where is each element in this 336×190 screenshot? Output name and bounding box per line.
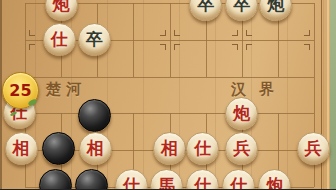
point-marker-corner (160, 44, 166, 50)
point-marker-corner (304, 30, 310, 36)
grid-vline (133, 3, 134, 77)
red-piece-兵[interactable]: 兵 (297, 132, 330, 165)
piece-glyph: 卒 (226, 0, 257, 20)
piece-glyph: 相 (6, 133, 37, 164)
black-piece-卒[interactable]: 卒 (189, 0, 222, 21)
piece-glyph: 卒 (190, 0, 221, 20)
point-marker-corner (174, 44, 180, 50)
point-marker-corner (160, 30, 166, 36)
piece-glyph: 馬 (151, 170, 182, 190)
hidden-piece[interactable] (78, 99, 111, 132)
point-marker-corner (174, 30, 180, 36)
red-piece-仕[interactable]: 仕 (43, 23, 76, 56)
piece-glyph: 炮 (226, 98, 257, 129)
point-marker-corner (304, 44, 310, 50)
point-marker-corner (232, 44, 238, 50)
piece-glyph: 仕 (187, 133, 218, 164)
piece-glyph: 相 (80, 133, 111, 164)
piece-glyph: 仕 (223, 170, 254, 190)
background-strip (330, 0, 336, 189)
black-piece-卒[interactable]: 卒 (78, 23, 111, 56)
red-piece-仕[interactable]: 仕 (115, 169, 148, 190)
counter-badge: 25 (2, 72, 39, 109)
piece-glyph: 仕 (116, 170, 147, 190)
river-label-chu-he: 楚河 (46, 80, 86, 99)
point-marker-corner (29, 30, 35, 36)
piece-glyph: 兵 (298, 133, 329, 164)
piece-glyph: 仕 (44, 24, 75, 55)
hidden-piece[interactable] (42, 132, 75, 165)
red-piece-相[interactable]: 相 (5, 132, 38, 165)
red-piece-相[interactable]: 相 (153, 132, 186, 165)
red-piece-仕[interactable]: 仕 (186, 132, 219, 165)
point-marker-corner (29, 44, 35, 50)
piece-glyph: 炮 (259, 170, 290, 190)
red-piece-仕[interactable]: 仕 (222, 169, 255, 190)
piece-glyph: 炮 (260, 0, 291, 20)
xiangqi-board[interactable]: 楚河 汉界 炮卒卒炮仕卒仕炮相相相仕兵兵仕馬仕仕炮 25 (0, 0, 336, 189)
red-piece-兵[interactable]: 兵 (225, 132, 258, 165)
red-piece-馬[interactable]: 馬 (150, 169, 183, 190)
black-piece-炮[interactable]: 炮 (259, 0, 292, 21)
red-piece-相[interactable]: 相 (79, 132, 112, 165)
piece-glyph: 炮 (46, 0, 77, 20)
red-piece-炮[interactable]: 炮 (45, 0, 78, 21)
point-marker-corner (232, 30, 238, 36)
point-marker-corner (246, 30, 252, 36)
piece-glyph: 相 (154, 133, 185, 164)
grid-vline (170, 3, 171, 77)
red-piece-炮[interactable]: 炮 (258, 169, 291, 190)
hidden-piece[interactable] (75, 169, 108, 190)
grid-hline (25, 77, 314, 78)
piece-glyph: 卒 (79, 24, 110, 55)
red-piece-仕[interactable]: 仕 (186, 169, 219, 190)
point-marker-corner (246, 44, 252, 50)
hidden-piece[interactable] (39, 169, 72, 190)
piece-glyph: 仕 (187, 170, 218, 190)
red-piece-炮[interactable]: 炮 (225, 97, 258, 130)
black-piece-卒[interactable]: 卒 (225, 0, 258, 21)
counter-badge-value: 25 (9, 81, 31, 100)
piece-glyph: 兵 (226, 133, 257, 164)
